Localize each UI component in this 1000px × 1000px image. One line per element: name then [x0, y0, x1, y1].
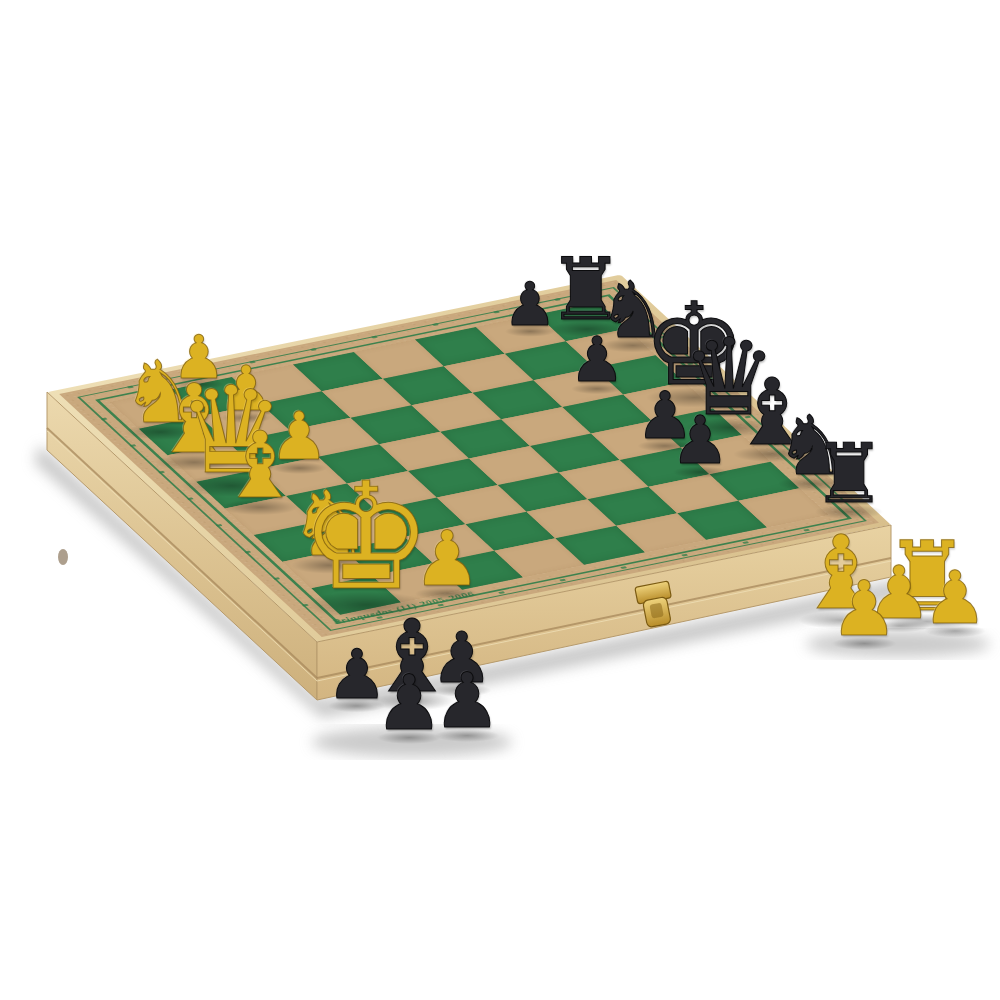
chess-set-product-photo: Brinquedos (11) 2005-2006 ♜♟♞♟♟♚♟♛♞♟♝♝♟♟…: [0, 0, 1000, 1000]
yellow-pawn-offboard: ♟: [922, 563, 987, 632]
yellow-pawn-offboard: ♟: [830, 573, 898, 645]
black-pawn-offboard: ♟: [327, 643, 388, 708]
yellow-rook-offboard: ♜: [884, 532, 970, 623]
brass-latch: [635, 581, 676, 629]
black-pawn-offboard: ♟: [375, 667, 443, 739]
black-pawn-offboard: ♟: [431, 625, 494, 692]
wood-knot: [58, 549, 68, 565]
chess-board: Brinquedos (11) 2005-2006: [47, 275, 891, 643]
yellow-pawn-offboard: ♟: [866, 558, 931, 627]
black-pawn-offboard: ♟: [433, 665, 501, 737]
board-grid: [110, 302, 828, 615]
